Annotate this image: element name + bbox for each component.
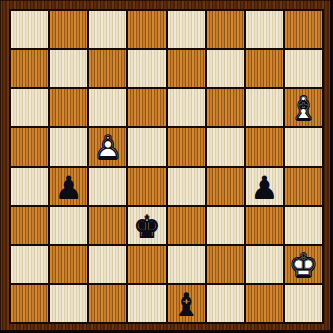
square-a8[interactable]	[11, 11, 48, 48]
square-e4[interactable]	[168, 168, 205, 205]
square-f6[interactable]	[207, 89, 244, 126]
square-a6[interactable]	[11, 89, 48, 126]
square-g1[interactable]	[246, 285, 283, 322]
square-c4[interactable]	[89, 168, 126, 205]
square-g3[interactable]	[246, 207, 283, 244]
square-g6[interactable]	[246, 89, 283, 126]
square-b4[interactable]: ♟	[50, 168, 87, 205]
square-c5[interactable]: ♟♙	[89, 128, 126, 165]
black-king-glyph: ♚	[128, 208, 165, 244]
square-a2[interactable]	[11, 246, 48, 283]
white-king-h2[interactable]: ♚♔	[285, 246, 322, 283]
black-king-d3[interactable]: ♚	[128, 207, 165, 244]
square-f3[interactable]	[207, 207, 244, 244]
square-f4[interactable]	[207, 168, 244, 205]
square-b5[interactable]	[50, 128, 87, 165]
square-h6[interactable]: ♝♗	[285, 89, 322, 126]
square-e2[interactable]	[168, 246, 205, 283]
square-f7[interactable]	[207, 50, 244, 87]
square-b8[interactable]	[50, 11, 87, 48]
chess-board-frame: ♝♗♟♙♟♟♚♚♔♝	[0, 0, 333, 333]
black-pawn-glyph: ♟	[50, 169, 87, 205]
square-d8[interactable]	[128, 11, 165, 48]
square-a3[interactable]	[11, 207, 48, 244]
square-e5[interactable]	[168, 128, 205, 165]
square-h7[interactable]	[285, 50, 322, 87]
square-e8[interactable]	[168, 11, 205, 48]
square-e3[interactable]	[168, 207, 205, 244]
white-pawn-c5[interactable]: ♟♙	[89, 128, 126, 165]
black-bishop-e1[interactable]: ♝	[168, 285, 205, 322]
square-f8[interactable]	[207, 11, 244, 48]
square-g8[interactable]	[246, 11, 283, 48]
square-d2[interactable]	[128, 246, 165, 283]
square-f5[interactable]	[207, 128, 244, 165]
black-pawn-g4[interactable]: ♟	[246, 168, 283, 205]
square-d7[interactable]	[128, 50, 165, 87]
square-h3[interactable]	[285, 207, 322, 244]
square-d6[interactable]	[128, 89, 165, 126]
square-c7[interactable]	[89, 50, 126, 87]
square-b3[interactable]	[50, 207, 87, 244]
square-d3[interactable]: ♚	[128, 207, 165, 244]
square-c8[interactable]	[89, 11, 126, 48]
square-h2[interactable]: ♚♔	[285, 246, 322, 283]
black-pawn-b4[interactable]: ♟	[50, 168, 87, 205]
square-e6[interactable]	[168, 89, 205, 126]
square-b1[interactable]	[50, 285, 87, 322]
square-c1[interactable]	[89, 285, 126, 322]
square-b2[interactable]	[50, 246, 87, 283]
square-c2[interactable]	[89, 246, 126, 283]
square-b7[interactable]	[50, 50, 87, 87]
square-a7[interactable]	[11, 50, 48, 87]
square-a1[interactable]	[11, 285, 48, 322]
square-a5[interactable]	[11, 128, 48, 165]
white-pawn-outline: ♙	[89, 129, 126, 165]
square-g2[interactable]	[246, 246, 283, 283]
square-h1[interactable]	[285, 285, 322, 322]
square-g5[interactable]	[246, 128, 283, 165]
square-h8[interactable]	[285, 11, 322, 48]
chess-board: ♝♗♟♙♟♟♚♚♔♝	[9, 9, 324, 324]
square-a4[interactable]	[11, 168, 48, 205]
white-king-outline: ♔	[285, 247, 322, 283]
square-d4[interactable]	[128, 168, 165, 205]
square-g4[interactable]: ♟	[246, 168, 283, 205]
square-c3[interactable]	[89, 207, 126, 244]
square-e7[interactable]	[168, 50, 205, 87]
square-f2[interactable]	[207, 246, 244, 283]
square-c6[interactable]	[89, 89, 126, 126]
square-e1[interactable]: ♝	[168, 285, 205, 322]
square-f1[interactable]	[207, 285, 244, 322]
square-h5[interactable]	[285, 128, 322, 165]
black-pawn-glyph: ♟	[246, 169, 283, 205]
black-bishop-glyph: ♝	[168, 286, 205, 322]
square-h4[interactable]	[285, 168, 322, 205]
square-d1[interactable]	[128, 285, 165, 322]
square-d5[interactable]	[128, 128, 165, 165]
white-bishop-outline: ♗	[285, 90, 322, 126]
white-bishop-h6[interactable]: ♝♗	[285, 89, 322, 126]
square-b6[interactable]	[50, 89, 87, 126]
square-g7[interactable]	[246, 50, 283, 87]
